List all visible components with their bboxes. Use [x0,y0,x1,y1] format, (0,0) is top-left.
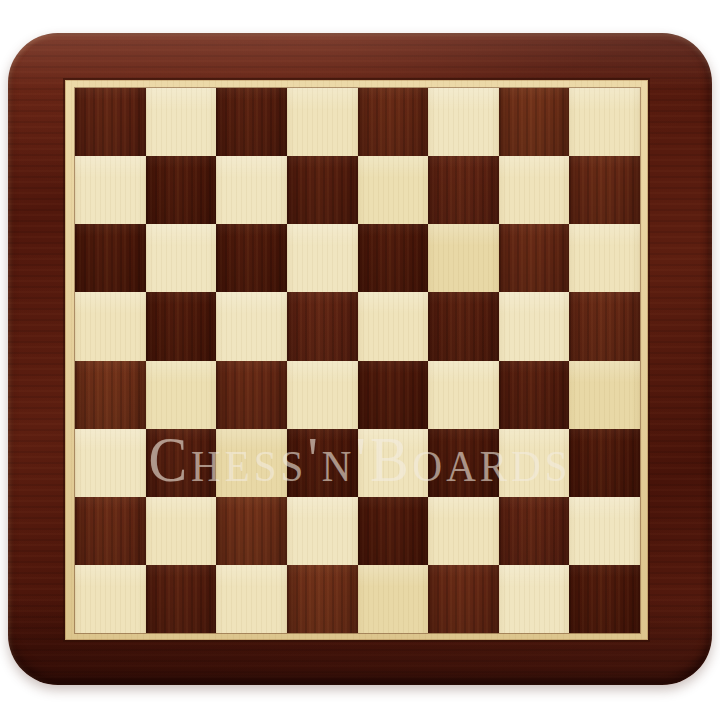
board-square [569,224,640,292]
board-square [499,497,570,565]
board-square [287,224,358,292]
board-square [75,565,146,633]
chess-board [8,33,712,685]
board-square [287,156,358,224]
board-square [428,88,499,156]
board-square [287,292,358,360]
board-square [499,565,570,633]
board-square [146,497,217,565]
board-square [499,88,570,156]
board-square [216,429,287,497]
board-square [358,361,429,429]
board-square [428,156,499,224]
board-square [287,497,358,565]
board-square [146,361,217,429]
board-square [75,429,146,497]
board-square [75,156,146,224]
board-square [428,565,499,633]
board-square [499,361,570,429]
board-square [146,224,217,292]
board-square [216,292,287,360]
board-square [287,429,358,497]
board-square [428,497,499,565]
board-square [216,565,287,633]
board-square [569,429,640,497]
board-square [358,497,429,565]
board-square [216,88,287,156]
board-square [358,292,429,360]
board-square [287,88,358,156]
board-square [146,292,217,360]
board-square [358,156,429,224]
board-square [569,497,640,565]
board-square [75,361,146,429]
board-square [499,224,570,292]
board-square [75,497,146,565]
board-square [287,361,358,429]
board-square [499,156,570,224]
board-square [358,565,429,633]
board-square [75,88,146,156]
board-square [216,156,287,224]
board-square [216,497,287,565]
board-square [146,156,217,224]
board-square [75,292,146,360]
board-square [358,429,429,497]
playing-field [75,88,640,633]
board-square [75,224,146,292]
board-square [287,565,358,633]
board-square [216,361,287,429]
board-square [569,156,640,224]
product-photo[interactable]: Chess'n'Boards [0,0,720,720]
board-square [428,361,499,429]
board-square [499,429,570,497]
board-square [569,361,640,429]
board-square [569,292,640,360]
board-square [499,292,570,360]
board-square [569,88,640,156]
board-square [358,88,429,156]
board-square [146,88,217,156]
board-square [146,429,217,497]
board-square [569,565,640,633]
board-square [358,224,429,292]
board-square [146,565,217,633]
board-square [216,224,287,292]
board-square [428,292,499,360]
board-square [428,224,499,292]
board-square [428,429,499,497]
